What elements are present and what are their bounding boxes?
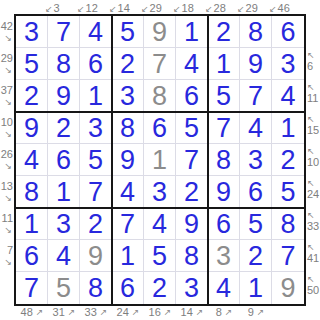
down-left-arrow-icon: ↙: [237, 4, 245, 14]
diagonal-clue-left-row4: 10↘: [0, 112, 14, 144]
cell-r2c8[interactable]: 9: [240, 48, 272, 80]
diagonal-clue-left-row7: 11↘: [0, 208, 14, 240]
clue-value: 11: [2, 213, 13, 224]
cell-r7c5[interactable]: 4: [144, 208, 176, 240]
up-right-arrow-icon: ↗: [196, 307, 204, 317]
cell-r1c1[interactable]: 3: [16, 16, 48, 48]
cell-r3c6[interactable]: 6: [176, 80, 208, 112]
diagonal-clue-top-col9: ↙46: [269, 0, 304, 14]
cell-r4c7[interactable]: 7: [208, 112, 240, 144]
cell-r9c5[interactable]: 2: [144, 272, 176, 304]
right-diagonal-clues: ↖6↖11↖15↖10↖24↖33↖41↖50: [306, 16, 320, 304]
cell-r7c3[interactable]: 2: [80, 208, 112, 240]
clue-value: 15: [307, 125, 319, 136]
diagonal-clue-left-row8: 7↘: [0, 240, 14, 272]
diagonal-clue-right-row9: ↖50: [306, 272, 320, 304]
down-right-arrow-icon: ↘: [4, 33, 12, 43]
up-left-arrow-icon: ↖: [307, 146, 315, 156]
cell-r4c9[interactable]: 1: [272, 112, 304, 144]
diagonal-clue-bottom-col3: 33↗: [80, 306, 112, 320]
clue-value: 8: [216, 307, 222, 318]
cell-r3c8[interactable]: 7: [240, 80, 272, 112]
diagonal-clue-bottom-col2: 31↗: [48, 306, 80, 320]
clue-value: 29: [246, 3, 258, 14]
box-border-line: [16, 207, 304, 209]
box-border-line: [207, 16, 209, 304]
diagonal-clue-left-row5: 26↘: [0, 144, 14, 176]
cell-r4c4[interactable]: 8: [112, 112, 144, 144]
cell-r1c6[interactable]: 1: [176, 16, 208, 48]
diagonal-clue-left-row2: 29↘: [0, 48, 14, 80]
diagonal-clue-right-row7: ↖33: [306, 208, 320, 240]
clue-value: 26: [1, 149, 13, 160]
clue-value: 28: [214, 3, 226, 14]
clue-value: 33: [307, 221, 319, 232]
cell-r2c2[interactable]: 8: [48, 48, 80, 80]
up-right-arrow-icon: ↗: [100, 307, 108, 317]
diagonal-clue-top-col4: ↙14: [109, 0, 144, 14]
cell-r1c3[interactable]: 4: [80, 16, 112, 48]
cell-r2c3[interactable]: 6: [80, 48, 112, 80]
clue-value: 12: [86, 3, 98, 14]
clue-value: 18: [182, 3, 194, 14]
clue-value: 29: [150, 3, 162, 14]
cell-r2c6[interactable]: 4: [176, 48, 208, 80]
diagonal-clue-right-row6: ↖24: [306, 176, 320, 208]
cell-r2c9[interactable]: 3: [272, 48, 304, 80]
diagonal-clue-right-row4: ↖15: [306, 112, 320, 144]
clue-value: 48: [21, 307, 33, 318]
down-left-arrow-icon: ↙: [109, 4, 117, 14]
cell-r1c9[interactable]: 6: [272, 16, 304, 48]
bottom-diagonal-clues: 48↗31↗33↗24↗16↗14↗8↗9↗: [16, 306, 304, 320]
up-right-arrow-icon: ↗: [36, 307, 44, 317]
clue-value: 31: [53, 307, 65, 318]
cell-r2c7[interactable]: 1: [208, 48, 240, 80]
up-left-arrow-icon: ↖: [307, 114, 315, 124]
diagonal-clue-bottom-col4: 24↗: [112, 306, 144, 320]
cell-r8c9[interactable]: 7: [272, 240, 304, 272]
cell-r7c9[interactable]: 8: [272, 208, 304, 240]
cell-r8c4[interactable]: 1: [112, 240, 144, 272]
cell-r9c2[interactable]: 5: [48, 272, 80, 304]
cell-r5c6[interactable]: 7: [176, 144, 208, 176]
cell-r1c2[interactable]: 7: [48, 16, 80, 48]
cell-r5c7[interactable]: 8: [208, 144, 240, 176]
cell-r3c5[interactable]: 8: [144, 80, 176, 112]
up-left-arrow-icon: ↖: [307, 210, 315, 220]
cell-r4c2[interactable]: 2: [48, 112, 80, 144]
diagonal-clue-top-col3: ↙12: [77, 0, 112, 14]
up-left-arrow-icon: ↖: [307, 50, 315, 60]
cell-r6c7[interactable]: 9: [208, 176, 240, 208]
cell-r5c1[interactable]: 4: [16, 144, 48, 176]
clue-value: 42: [1, 21, 13, 32]
cell-r2c4[interactable]: 2: [112, 48, 144, 80]
cell-r9c6[interactable]: 3: [176, 272, 208, 304]
diagonal-clue-top-col5: ↙29: [141, 0, 176, 14]
down-right-arrow-icon: ↘: [4, 129, 12, 139]
cell-r8c5[interactable]: 5: [144, 240, 176, 272]
clue-value: 37: [1, 85, 13, 96]
box-border-line: [111, 16, 113, 304]
cell-r5c8[interactable]: 3: [240, 144, 272, 176]
diagonal-clue-right-row2: ↖6: [306, 48, 320, 80]
clue-value: 41: [307, 253, 319, 264]
down-right-arrow-icon: ↘: [4, 225, 12, 235]
cell-r3c4[interactable]: 3: [112, 80, 144, 112]
cell-r4c8[interactable]: 4: [240, 112, 272, 144]
cell-r1c8[interactable]: 8: [240, 16, 272, 48]
cell-r6c4[interactable]: 4: [112, 176, 144, 208]
box-border-line: [16, 111, 304, 113]
clue-value: 10: [307, 157, 319, 168]
diagonal-clue-bottom-col7: 8↗: [208, 306, 240, 320]
cell-r8c7[interactable]: 3: [208, 240, 240, 272]
top-diagonal-clues: ↙3↙12↙14↙29↙18↙28↙29↙46: [16, 0, 304, 14]
up-right-arrow-icon: ↗: [257, 307, 265, 317]
cell-r5c2[interactable]: 6: [48, 144, 80, 176]
cell-r3c1[interactable]: 2: [16, 80, 48, 112]
cell-r9c4[interactable]: 6: [112, 272, 144, 304]
up-right-arrow-icon: ↗: [132, 307, 140, 317]
cell-r7c4[interactable]: 7: [112, 208, 144, 240]
cell-r2c5[interactable]: 7: [144, 48, 176, 80]
clue-value: 50: [307, 285, 319, 296]
clue-value: 11: [307, 93, 318, 104]
left-diagonal-clues: 42↘29↘37↘10↘26↘13↘11↘7↘: [0, 16, 14, 304]
clue-value: 16: [149, 307, 161, 318]
clue-value: 10: [1, 117, 13, 128]
cell-r8c1[interactable]: 6: [16, 240, 48, 272]
up-left-arrow-icon: ↖: [307, 274, 315, 284]
diagonal-clue-top-col8: ↙29: [237, 0, 272, 14]
clue-value: 6: [307, 61, 313, 72]
diagonal-clue-bottom-col1: 48↗: [16, 306, 48, 320]
up-right-arrow-icon: ↗: [164, 307, 172, 317]
cell-r5c9[interactable]: 2: [272, 144, 304, 176]
cell-r6c2[interactable]: 1: [48, 176, 80, 208]
diagonal-clue-top-col7: ↙28: [205, 0, 240, 14]
diagonal-clue-right-row5: ↖10: [306, 144, 320, 176]
sudoku-board: 3745912865862741932913865749238657414659…: [14, 14, 306, 306]
clue-value: 7: [7, 245, 13, 256]
cell-r1c7[interactable]: 2: [208, 16, 240, 48]
cell-r4c1[interactable]: 9: [16, 112, 48, 144]
diagonal-clue-left-row1: 42↘: [0, 16, 14, 48]
down-right-arrow-icon: ↘: [4, 65, 12, 75]
cell-r3c9[interactable]: 4: [272, 80, 304, 112]
clue-value: 13: [1, 181, 13, 192]
diagonal-clue-right-row3: ↖11: [306, 80, 320, 112]
cell-r9c1[interactable]: 7: [16, 272, 48, 304]
cell-r9c9[interactable]: 9: [272, 272, 304, 304]
down-left-arrow-icon: ↙: [205, 4, 213, 14]
clue-value: 33: [85, 307, 97, 318]
cell-r4c3[interactable]: 3: [80, 112, 112, 144]
diagonal-clue-left-row3: 37↘: [0, 80, 14, 112]
up-left-arrow-icon: ↖: [307, 82, 315, 92]
cell-r6c1[interactable]: 8: [16, 176, 48, 208]
down-right-arrow-icon: ↘: [4, 161, 12, 171]
cell-r1c5[interactable]: 9: [144, 16, 176, 48]
cell-r4c5[interactable]: 6: [144, 112, 176, 144]
cell-r4c6[interactable]: 5: [176, 112, 208, 144]
up-left-arrow-icon: ↖: [307, 242, 315, 252]
down-right-arrow-icon: ↘: [4, 97, 12, 107]
cell-r3c2[interactable]: 9: [48, 80, 80, 112]
cell-r1c4[interactable]: 5: [112, 16, 144, 48]
down-left-arrow-icon: ↙: [141, 4, 149, 14]
clue-value: 24: [307, 189, 319, 200]
cell-r6c3[interactable]: 7: [80, 176, 112, 208]
up-left-arrow-icon: ↖: [307, 178, 315, 188]
down-left-arrow-icon: ↙: [77, 4, 85, 14]
sudoku-grid: 3745912865862741932913865749238657414659…: [16, 16, 304, 304]
down-left-arrow-icon: ↙: [269, 4, 277, 14]
clue-value: 9: [248, 307, 254, 318]
cell-r8c3[interactable]: 9: [80, 240, 112, 272]
down-left-arrow-icon: ↙: [173, 4, 181, 14]
cell-r8c8[interactable]: 2: [240, 240, 272, 272]
cell-r5c4[interactable]: 9: [112, 144, 144, 176]
up-right-arrow-icon: ↗: [68, 307, 76, 317]
cell-r9c7[interactable]: 4: [208, 272, 240, 304]
cell-r5c3[interactable]: 5: [80, 144, 112, 176]
diagonal-clue-top-col2: ↙3: [45, 0, 80, 14]
cell-r7c7[interactable]: 6: [208, 208, 240, 240]
cell-r8c2[interactable]: 4: [48, 240, 80, 272]
cell-r7c6[interactable]: 9: [176, 208, 208, 240]
cell-r6c8[interactable]: 6: [240, 176, 272, 208]
diagonal-clue-top-col6: ↙18: [173, 0, 208, 14]
cell-r8c6[interactable]: 8: [176, 240, 208, 272]
down-left-arrow-icon: ↙: [45, 4, 53, 14]
down-right-arrow-icon: ↘: [4, 193, 12, 203]
cell-r6c9[interactable]: 5: [272, 176, 304, 208]
clue-value: 3: [54, 3, 60, 14]
cell-r7c8[interactable]: 5: [240, 208, 272, 240]
diagonal-clue-right-row8: ↖41: [306, 240, 320, 272]
cell-r7c1[interactable]: 1: [16, 208, 48, 240]
cell-r3c7[interactable]: 5: [208, 80, 240, 112]
cell-r6c6[interactable]: 2: [176, 176, 208, 208]
down-right-arrow-icon: ↘: [4, 257, 12, 267]
diagonal-clue-bottom-col8: 9↗: [240, 306, 272, 320]
clue-value: 14: [181, 307, 193, 318]
up-right-arrow-icon: ↗: [225, 307, 233, 317]
cell-r9c8[interactable]: 1: [240, 272, 272, 304]
clue-value: 24: [117, 307, 129, 318]
clue-value: 14: [118, 3, 130, 14]
cell-r3c3[interactable]: 1: [80, 80, 112, 112]
cell-r2c1[interactable]: 5: [16, 48, 48, 80]
clue-value: 46: [278, 3, 290, 14]
diagonal-clue-bottom-col6: 14↗: [176, 306, 208, 320]
diagonal-clue-left-row6: 13↘: [0, 176, 14, 208]
cell-r5c5[interactable]: 1: [144, 144, 176, 176]
little-killer-sudoku-app: ↙3↙12↙14↙29↙18↙28↙29↙46 42↘29↘37↘10↘26↘1…: [0, 0, 320, 320]
cell-r7c2[interactable]: 3: [48, 208, 80, 240]
cell-r9c3[interactable]: 8: [80, 272, 112, 304]
diagonal-clue-bottom-col5: 16↗: [144, 306, 176, 320]
clue-value: 29: [1, 53, 13, 64]
cell-r6c5[interactable]: 3: [144, 176, 176, 208]
